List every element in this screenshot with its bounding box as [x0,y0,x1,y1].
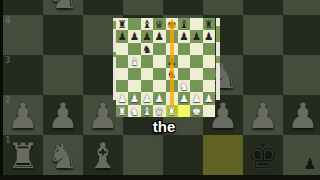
video-frame: 4321♞♟♟♟♜♞♝♞♟♟♟♚♟ ♜♝♛♚♝♜♟♟♟♟♟♟♟♞♝♟♞♞♟♟♟♟… [0,0,320,180]
square-g5[interactable] [190,55,202,67]
white-pawn-a2[interactable]: ♟ [116,92,128,104]
square-d5[interactable] [153,55,165,67]
white-king-g1[interactable]: ♚ [190,105,202,117]
square-g4[interactable] [190,68,202,80]
square-d6[interactable] [153,43,165,55]
black-bishop-c8[interactable]: ♝ [141,18,153,30]
black-rook-h8[interactable]: ♜ [203,18,215,30]
square-b8[interactable] [128,18,140,30]
white-knight-f3[interactable]: ♞ [178,80,190,92]
square-g6[interactable] [190,43,202,55]
square-c5[interactable] [141,55,153,67]
black-pawn-b7[interactable]: ♟ [128,30,140,42]
square-f1[interactable] [178,105,190,117]
black-pawn-f7[interactable]: ♟ [178,30,190,42]
move-arrow-shaft [170,28,174,107]
white-rook-a1[interactable]: ♜ [116,105,128,117]
white-knight-b1[interactable]: ♞ [128,105,140,117]
black-queen-d8[interactable]: ♛ [153,18,165,30]
main-board[interactable]: ♜♝♛♚♝♜♟♟♟♟♟♟♟♞♝♟♞♞♟♟♟♟♟♟♟♜♞♝♛♜♚ [116,18,215,117]
square-d4[interactable] [153,68,165,80]
white-pawn-g2[interactable]: ♟ [190,92,202,104]
white-queen-d1[interactable]: ♛ [153,105,165,117]
square-a5[interactable] [116,55,128,67]
square-d3[interactable] [153,80,165,92]
black-knight-c6[interactable]: ♞ [141,43,153,55]
panel-fleck [216,56,221,63]
square-g3[interactable] [190,80,202,92]
white-pawn-f2[interactable]: ♟ [178,92,190,104]
square-b4[interactable] [128,68,140,80]
white-pawn-h2[interactable]: ♟ [203,92,215,104]
black-pawn-c7[interactable]: ♟ [141,30,153,42]
square-h4[interactable] [203,68,215,80]
panel-fleck [216,26,221,42]
square-b6[interactable] [128,43,140,55]
white-pawn-d2[interactable]: ♟ [153,92,165,104]
black-pawn-a7[interactable]: ♟ [116,30,128,42]
square-f4[interactable] [178,68,190,80]
square-h1[interactable] [203,105,215,117]
square-c4[interactable] [141,68,153,80]
move-arrow-head-icon [167,19,177,28]
black-pawn-d7[interactable]: ♟ [153,30,165,42]
square-g8[interactable] [190,18,202,30]
black-bishop-f8[interactable]: ♝ [178,18,190,30]
black-rook-a8[interactable]: ♜ [116,18,128,30]
square-a3[interactable] [116,80,128,92]
square-f5[interactable] [178,55,190,67]
black-pawn-h7[interactable]: ♟ [203,30,215,42]
black-pawn-g7[interactable]: ♟ [190,30,202,42]
square-a4[interactable] [116,68,128,80]
square-f6[interactable] [178,43,190,55]
square-h3[interactable] [203,80,215,92]
white-bishop-b5[interactable]: ♝ [128,55,140,67]
caption-text: the [8,118,320,135]
right-panel-sliver [216,18,221,100]
white-pawn-b2[interactable]: ♟ [128,92,140,104]
square-h5[interactable] [203,55,215,67]
square-b3[interactable] [128,80,140,92]
white-pawn-c2[interactable]: ♟ [141,92,153,104]
square-c3[interactable] [141,80,153,92]
square-a6[interactable] [116,43,128,55]
white-bishop-c1[interactable]: ♝ [141,105,153,117]
square-h6[interactable] [203,43,215,55]
